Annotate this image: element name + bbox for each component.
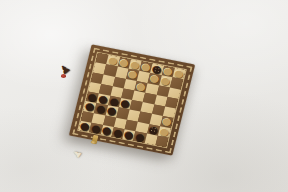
red-felt-base (61, 74, 66, 78)
fallen-dark-chess-piece[interactable]: ♟ (58, 63, 76, 81)
board-grid: ●●●●●●●●●●●●●●●●●●●●●●●●●●● (78, 53, 185, 147)
folding-chessboard: ●●●●●●●●●●●●●●●●●●●●●●●●●●● (69, 44, 195, 155)
square-r7c7[interactable] (155, 135, 168, 147)
white-pawn-offboard[interactable]: ♟ (71, 148, 87, 164)
white-pawn-glyph: ♟ (71, 148, 84, 160)
